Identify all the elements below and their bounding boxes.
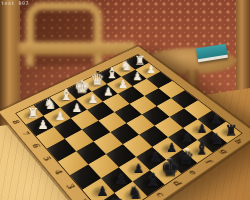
file-label-f: f <box>203 157 213 164</box>
board-perspective-wrap: ♜♞♝♚♛♝♞♜♟♟♟♟♟♟♟♟♟♟♟♟♟♟♟♟♜♞♝♚♛♝♞♜ 8765432… <box>0 0 250 200</box>
piece-glyph: ♝ <box>145 171 161 189</box>
rank-label-2: 2 <box>76 196 89 200</box>
rank-label-7: 7 <box>19 129 31 137</box>
rank-label-5: 5 <box>40 154 52 163</box>
rank-label-4: 4 <box>51 167 64 176</box>
render-watermark: test 007 <box>1 0 29 6</box>
square-c5[interactable] <box>82 121 110 142</box>
piece-glyph: ♜ <box>109 197 124 200</box>
white-pawn[interactable]: ♟ <box>50 104 70 124</box>
black-rook[interactable]: ♜ <box>105 192 129 200</box>
chess-room-scene: ♜♞♝♚♛♝♞♜♟♟♟♟♟♟♟♟♟♟♟♟♟♟♟♟♜♞♝♚♛♝♞♜ 8765432… <box>0 0 250 200</box>
rank-label-6: 6 <box>29 141 41 149</box>
board-squares: ♜♞♝♚♛♝♞♜♟♟♟♟♟♟♟♟♟♟♟♟♟♟♟♟♜♞♝♚♛♝♞♜ <box>16 55 241 200</box>
chess-board[interactable]: ♜♞♝♚♛♝♞♜♟♟♟♟♟♟♟♟♟♟♟♟♟♟♟♟♜♞♝♚♛♝♞♜ 8765432… <box>0 46 250 200</box>
rank-label-3: 3 <box>63 181 76 191</box>
piece-glyph: ♞ <box>127 184 143 200</box>
rank-label-8: 8 <box>10 118 22 126</box>
piece-glyph: ♟ <box>38 119 49 131</box>
